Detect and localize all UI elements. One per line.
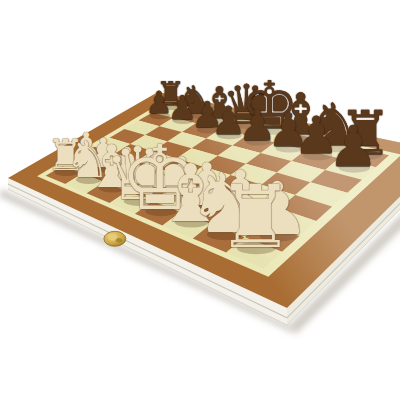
piece-shadow-e8 [258, 127, 283, 135]
piece-shadow-c7 [197, 126, 220, 133]
piece-shadow-g1 [207, 229, 243, 240]
piece-shadow-g8 [321, 143, 349, 152]
piece-shadow-a2 [75, 158, 99, 166]
chessboard [0, 0, 400, 400]
piece-shadow-g7 [303, 151, 332, 160]
piece-shadow-a8 [162, 104, 182, 110]
piece-shadow-b2 [92, 164, 117, 172]
piece-shadow-d2 [140, 184, 168, 193]
piece-shadow-g2 [224, 214, 259, 225]
piece-shadow-f8 [288, 133, 315, 142]
piece-shadow-f2 [192, 203, 224, 213]
piece-shadow-a1 [54, 168, 78, 176]
piece-shadow-d8 [236, 121, 260, 129]
piece-shadow-e7 [246, 137, 272, 145]
piece-shadow-a7 [150, 113, 171, 120]
piece-shadow-h7 [339, 163, 370, 173]
piece-shadow-h2 [260, 230, 297, 242]
piece-shadow-b1 [76, 176, 102, 184]
piece-shadow-c1 [99, 184, 126, 193]
piece-shadow-f1 [175, 217, 208, 228]
piece-shadow-e2 [168, 193, 198, 203]
piece-shadow-c8 [209, 116, 231, 123]
brass-clasp-icon [104, 231, 126, 246]
piece-shadow-c2 [115, 176, 142, 184]
chess-set-photo: ♜♞♝♛♚♝♞♜♟♟♟♟♟♟♟♟♟♟♟♟♟♟♟♟♜♞♝♛♚♝♞♜ [0, 0, 400, 400]
piece-shadow-d1 [124, 197, 153, 206]
piece-shadow-h1 [237, 242, 276, 254]
piece-shadow-d7 [217, 132, 241, 140]
piece-shadow-h8 [351, 150, 381, 160]
piece-shadow-b7 [172, 117, 194, 124]
piece-shadow-f7 [276, 144, 304, 153]
piece-shadow-e1 [145, 206, 176, 216]
